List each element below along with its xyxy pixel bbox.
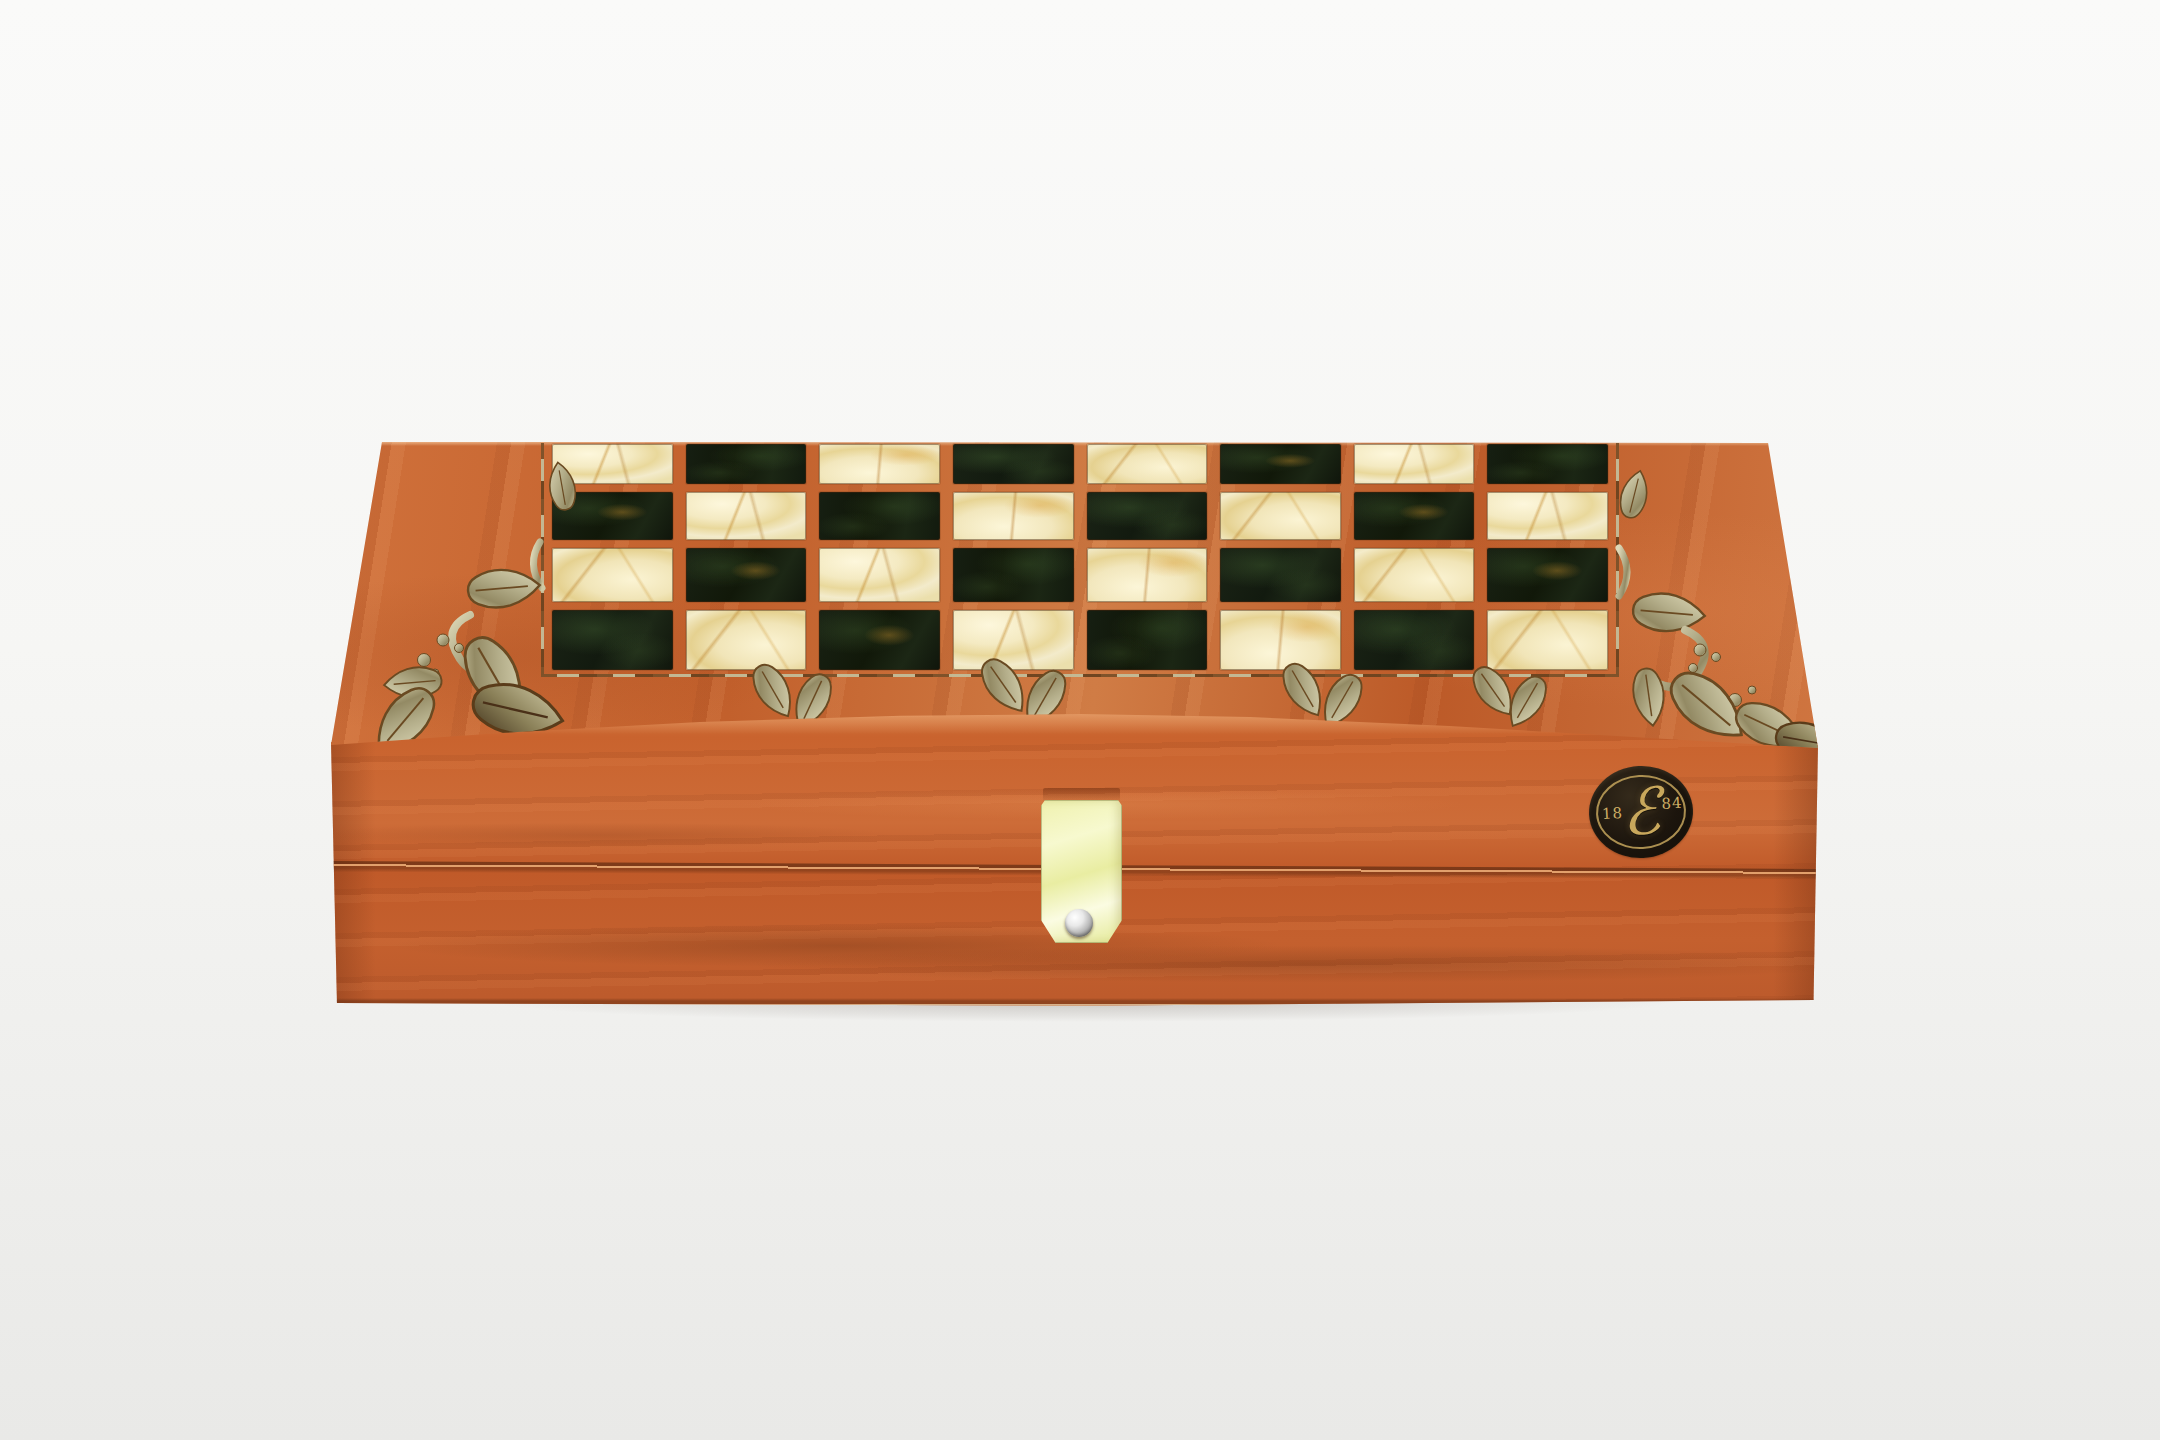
board-square-light (953, 492, 1074, 540)
board-square-light (1220, 610, 1341, 670)
badge-year-right: 84 (1661, 794, 1683, 813)
board-square-dark (819, 610, 940, 670)
inlaid-checkerboard (552, 444, 1608, 670)
board-border-right (1616, 443, 1619, 675)
board-square-dark (819, 492, 940, 540)
board-square-dark (1487, 548, 1608, 602)
board-square-light (1220, 492, 1341, 540)
board-square-dark (1354, 492, 1475, 540)
board-square-dark (1354, 610, 1475, 670)
board-row (552, 492, 1608, 540)
board-square-light (552, 444, 673, 484)
board-square-light (1354, 548, 1475, 602)
board-square-dark (1087, 492, 1208, 540)
board-square-light (953, 610, 1074, 670)
studio-photo-background: 18 ℰ 84 (0, 0, 2160, 1440)
board-square-dark (953, 444, 1074, 484)
clasp-stud-icon (1065, 909, 1093, 937)
board-square-dark (686, 444, 807, 484)
board-square-dark (1220, 548, 1341, 602)
board-square-light (1487, 492, 1608, 540)
board-square-light (552, 548, 673, 602)
clasp-mortise-slot (1043, 788, 1120, 802)
board-square-light (1487, 610, 1608, 670)
board-square-dark (686, 548, 807, 602)
board-square-light (1087, 444, 1208, 484)
board-square-light (686, 610, 807, 670)
box-lid-top (331, 442, 1818, 748)
board-square-light (819, 548, 940, 602)
board-square-light (1087, 548, 1208, 602)
board-border-left (541, 443, 544, 675)
board-row (552, 548, 1608, 602)
brand-badge: 18 ℰ 84 (1587, 763, 1696, 860)
board-square-light (819, 444, 940, 484)
board-square-dark (552, 492, 673, 540)
board-square-dark (1220, 444, 1341, 484)
board-square-light (686, 492, 807, 540)
board-square-light (1354, 444, 1475, 484)
board-square-dark (1487, 444, 1608, 484)
board-row (552, 610, 1608, 670)
board-square-dark (552, 610, 673, 670)
board-square-dark (953, 548, 1074, 602)
board-row (552, 444, 1608, 484)
board-border-bottom (541, 674, 1619, 677)
board-square-dark (1087, 610, 1208, 670)
